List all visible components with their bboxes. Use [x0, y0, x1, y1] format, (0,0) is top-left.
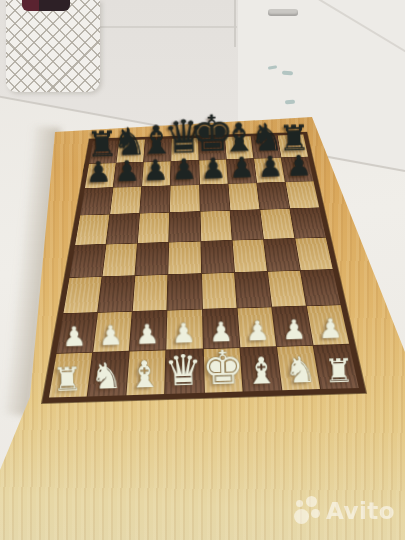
- square-c1[interactable]: ♝: [127, 350, 166, 395]
- piece-white-pawn-c2[interactable]: ♟: [135, 321, 160, 349]
- square-b1[interactable]: ♞: [88, 351, 129, 396]
- square-c6[interactable]: [140, 186, 170, 213]
- piece-black-pawn-d7[interactable]: ♟: [171, 155, 197, 184]
- avito-logo-icon: [294, 496, 322, 525]
- piece-white-bishop-c1[interactable]: ♝: [128, 356, 162, 394]
- square-h6[interactable]: [286, 181, 320, 208]
- square-a5[interactable]: [75, 215, 109, 245]
- square-a3[interactable]: [63, 277, 101, 313]
- square-g7[interactable]: ♟: [254, 158, 285, 183]
- square-c2[interactable]: ♟: [130, 310, 167, 350]
- square-a7[interactable]: ♟: [85, 163, 116, 188]
- piece-black-pawn-a7[interactable]: ♟: [85, 158, 111, 187]
- square-e1[interactable]: ♚: [203, 348, 242, 393]
- square-h5[interactable]: [290, 208, 326, 238]
- avito-watermark: Avito: [294, 496, 395, 525]
- square-g2[interactable]: ♟: [272, 306, 312, 346]
- piece-white-king-e1[interactable]: ♚: [201, 343, 244, 391]
- avito-watermark-text: Avito: [326, 498, 395, 524]
- square-e6[interactable]: [200, 184, 230, 211]
- square-d4[interactable]: [169, 241, 201, 274]
- square-f7[interactable]: ♟: [226, 159, 256, 184]
- square-f1[interactable]: ♝: [240, 347, 281, 392]
- piece-white-pawn-g2[interactable]: ♟: [281, 316, 306, 344]
- square-f2[interactable]: ♟: [237, 307, 276, 347]
- piece-black-pawn-b7[interactable]: ♟: [114, 157, 140, 186]
- square-f6[interactable]: [228, 183, 259, 210]
- piece-white-pawn-f2[interactable]: ♟: [245, 318, 270, 346]
- square-g5[interactable]: [260, 209, 294, 239]
- piece-white-rook-a1[interactable]: ♜: [52, 362, 82, 396]
- square-f3[interactable]: [235, 272, 271, 308]
- piece-white-knight-b1[interactable]: ♞: [90, 358, 123, 395]
- square-a6[interactable]: [80, 188, 112, 215]
- square-h4[interactable]: [295, 237, 333, 270]
- square-h3[interactable]: [301, 269, 341, 305]
- piece-white-pawn-a2[interactable]: ♟: [62, 323, 87, 351]
- square-h2[interactable]: ♟: [307, 305, 349, 345]
- square-e7[interactable]: ♟: [199, 160, 227, 185]
- square-a2[interactable]: ♟: [57, 313, 98, 353]
- piece-white-pawn-d2[interactable]: ♟: [172, 320, 197, 348]
- piece-white-queen-d1[interactable]: ♛: [164, 348, 204, 392]
- square-b7[interactable]: ♟: [114, 162, 144, 187]
- square-b4[interactable]: [103, 243, 138, 276]
- square-d2[interactable]: ♟: [167, 309, 203, 349]
- piece-white-rook-h1[interactable]: ♜: [324, 354, 354, 388]
- square-b5[interactable]: [107, 214, 140, 244]
- square-h7[interactable]: ♟: [281, 157, 313, 182]
- square-c7[interactable]: ♟: [142, 161, 171, 186]
- square-c5[interactable]: [138, 213, 169, 243]
- square-e3[interactable]: [202, 273, 237, 309]
- piece-black-pawn-e7[interactable]: ♟: [200, 154, 226, 183]
- square-g3[interactable]: [268, 270, 306, 306]
- square-b6[interactable]: [110, 187, 141, 214]
- square-h1[interactable]: ♜: [313, 345, 358, 390]
- square-a1[interactable]: ♜: [49, 353, 92, 398]
- piece-white-pawn-b2[interactable]: ♟: [98, 322, 123, 350]
- square-d5[interactable]: [169, 212, 200, 242]
- square-e4[interactable]: [201, 240, 234, 273]
- chess-board: ♜♞♝♛♚♝♞♜♟♟♟♟♟♟♟♟♟♟♟♟♟♟♟♟♜♞♝♛♚♝♞♜: [42, 132, 366, 403]
- photo-scene: ♜♞♝♛♚♝♞♜♟♟♟♟♟♟♟♟♟♟♟♟♟♟♟♟♜♞♝♛♚♝♞♜ Avito: [0, 0, 405, 540]
- square-a4[interactable]: [70, 244, 106, 277]
- square-f4[interactable]: [232, 239, 266, 272]
- square-c4[interactable]: [136, 242, 169, 275]
- square-g6[interactable]: [257, 182, 289, 209]
- piece-black-pawn-c7[interactable]: ♟: [143, 156, 169, 185]
- square-b2[interactable]: ♟: [93, 312, 132, 352]
- square-d1[interactable]: ♛: [166, 349, 204, 394]
- piece-white-pawn-h2[interactable]: ♟: [318, 315, 343, 343]
- piece-black-pawn-h7[interactable]: ♟: [286, 152, 312, 181]
- square-d6[interactable]: [170, 185, 199, 212]
- square-d7[interactable]: ♟: [171, 161, 199, 186]
- square-f5[interactable]: [230, 210, 263, 240]
- square-e5[interactable]: [200, 211, 231, 241]
- piece-black-pawn-g7[interactable]: ♟: [257, 152, 283, 181]
- piece-black-pawn-f7[interactable]: ♟: [228, 153, 254, 182]
- square-c3[interactable]: [133, 275, 168, 311]
- square-b3[interactable]: [98, 276, 135, 312]
- square-g4[interactable]: [264, 238, 300, 271]
- board-anchor: ♜♞♝♛♚♝♞♜♟♟♟♟♟♟♟♟♟♟♟♟♟♟♟♟♜♞♝♛♚♝♞♜: [42, 0, 366, 398]
- piece-white-knight-g1[interactable]: ♞: [284, 352, 317, 389]
- square-g1[interactable]: ♞: [277, 346, 320, 391]
- piece-white-bishop-f1[interactable]: ♝: [244, 352, 278, 390]
- square-d3[interactable]: [168, 274, 202, 310]
